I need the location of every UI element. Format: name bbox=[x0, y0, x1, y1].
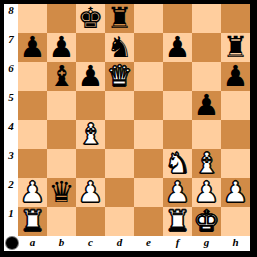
square-d8[interactable]: ♜ bbox=[105, 4, 134, 33]
square-g6[interactable] bbox=[192, 62, 221, 91]
square-g3[interactable]: ♝ bbox=[192, 149, 221, 178]
square-d4[interactable] bbox=[105, 120, 134, 149]
square-b5[interactable] bbox=[47, 91, 76, 120]
square-c5[interactable] bbox=[76, 91, 105, 120]
piece-white-pawn-h2[interactable]: ♟ bbox=[223, 178, 249, 207]
square-d6[interactable]: ♛ bbox=[105, 62, 134, 91]
square-a2[interactable]: ♟ bbox=[18, 178, 47, 207]
square-e1[interactable] bbox=[134, 207, 163, 236]
black-to-move-indicator bbox=[6, 237, 18, 249]
square-a7[interactable]: ♟ bbox=[18, 33, 47, 62]
piece-black-queen-b2[interactable]: ♛ bbox=[49, 178, 75, 207]
piece-white-bishop-g3[interactable]: ♝ bbox=[194, 149, 220, 178]
piece-black-rook-d8[interactable]: ♜ bbox=[107, 4, 133, 33]
rank-label-5: 5 bbox=[4, 91, 18, 120]
square-a5[interactable] bbox=[18, 91, 47, 120]
square-c1[interactable] bbox=[76, 207, 105, 236]
square-h6[interactable]: ♟ bbox=[221, 62, 250, 91]
piece-black-pawn-a7[interactable]: ♟ bbox=[20, 33, 46, 62]
square-a6[interactable] bbox=[18, 62, 47, 91]
piece-black-knight-d7[interactable]: ♞ bbox=[107, 33, 133, 62]
square-c4[interactable]: ♝ bbox=[76, 120, 105, 149]
file-label-f: f bbox=[163, 236, 192, 248]
square-b4[interactable] bbox=[47, 120, 76, 149]
square-a1[interactable]: ♜ bbox=[18, 207, 47, 236]
square-f8[interactable] bbox=[163, 4, 192, 33]
square-f1[interactable]: ♜ bbox=[163, 207, 192, 236]
square-c7[interactable] bbox=[76, 33, 105, 62]
square-b2[interactable]: ♛ bbox=[47, 178, 76, 207]
square-f6[interactable] bbox=[163, 62, 192, 91]
square-g2[interactable]: ♟ bbox=[192, 178, 221, 207]
square-e8[interactable] bbox=[134, 4, 163, 33]
piece-white-pawn-a2[interactable]: ♟ bbox=[20, 178, 46, 207]
rank-labels: 87654321 bbox=[4, 4, 18, 236]
rank-label-8: 8 bbox=[4, 4, 18, 33]
rank-label-2: 2 bbox=[4, 178, 18, 207]
square-b3[interactable] bbox=[47, 149, 76, 178]
square-f7[interactable]: ♟ bbox=[163, 33, 192, 62]
square-b8[interactable] bbox=[47, 4, 76, 33]
square-b7[interactable]: ♟ bbox=[47, 33, 76, 62]
file-label-c: c bbox=[76, 236, 105, 248]
square-f5[interactable] bbox=[163, 91, 192, 120]
square-g1[interactable]: ♚ bbox=[192, 207, 221, 236]
file-label-d: d bbox=[105, 236, 134, 248]
piece-white-king-g1[interactable]: ♚ bbox=[194, 207, 220, 236]
square-h8[interactable] bbox=[221, 4, 250, 33]
piece-white-queen-d6[interactable]: ♛ bbox=[107, 62, 133, 91]
piece-white-pawn-g2[interactable]: ♟ bbox=[194, 178, 220, 207]
rank-label-1: 1 bbox=[4, 207, 18, 236]
square-a3[interactable] bbox=[18, 149, 47, 178]
file-label-e: e bbox=[134, 236, 163, 248]
square-f4[interactable] bbox=[163, 120, 192, 149]
square-c3[interactable] bbox=[76, 149, 105, 178]
square-e2[interactable] bbox=[134, 178, 163, 207]
square-h2[interactable]: ♟ bbox=[221, 178, 250, 207]
rank-label-4: 4 bbox=[4, 120, 18, 149]
file-label-a: a bbox=[18, 236, 47, 248]
piece-black-king-c8[interactable]: ♚ bbox=[78, 4, 104, 33]
square-b6[interactable]: ♝ bbox=[47, 62, 76, 91]
square-g4[interactable] bbox=[192, 120, 221, 149]
square-h7[interactable]: ♜ bbox=[221, 33, 250, 62]
square-d1[interactable] bbox=[105, 207, 134, 236]
square-c2[interactable]: ♟ bbox=[76, 178, 105, 207]
piece-black-pawn-c6[interactable]: ♟ bbox=[78, 62, 104, 91]
piece-black-rook-h7[interactable]: ♜ bbox=[223, 33, 249, 62]
piece-white-pawn-f2[interactable]: ♟ bbox=[165, 178, 191, 207]
piece-white-pawn-c2[interactable]: ♟ bbox=[78, 178, 104, 207]
square-h5[interactable] bbox=[221, 91, 250, 120]
rank-label-6: 6 bbox=[4, 62, 18, 91]
piece-white-rook-a1[interactable]: ♜ bbox=[20, 207, 46, 236]
file-label-strip: abcdefgh bbox=[4, 236, 250, 251]
square-e6[interactable] bbox=[134, 62, 163, 91]
square-e5[interactable] bbox=[134, 91, 163, 120]
square-c6[interactable]: ♟ bbox=[76, 62, 105, 91]
file-label-b: b bbox=[47, 236, 76, 248]
piece-white-rook-f1[interactable]: ♜ bbox=[165, 207, 191, 236]
square-e7[interactable] bbox=[134, 33, 163, 62]
square-e4[interactable] bbox=[134, 120, 163, 149]
square-f2[interactable]: ♟ bbox=[163, 178, 192, 207]
square-h1[interactable] bbox=[221, 207, 250, 236]
rank-label-7: 7 bbox=[4, 33, 18, 62]
piece-white-bishop-c4[interactable]: ♝ bbox=[78, 120, 104, 149]
file-label-h: h bbox=[221, 236, 250, 248]
square-h4[interactable] bbox=[221, 120, 250, 149]
square-g7[interactable] bbox=[192, 33, 221, 62]
square-b1[interactable] bbox=[47, 207, 76, 236]
file-labels: abcdefgh bbox=[18, 236, 250, 248]
square-a8[interactable] bbox=[18, 4, 47, 33]
piece-black-pawn-b7[interactable]: ♟ bbox=[49, 33, 75, 62]
square-e3[interactable] bbox=[134, 149, 163, 178]
square-a4[interactable] bbox=[18, 120, 47, 149]
piece-black-bishop-b6[interactable]: ♝ bbox=[49, 62, 75, 91]
square-d5[interactable] bbox=[105, 91, 134, 120]
square-c8[interactable]: ♚ bbox=[76, 4, 105, 33]
square-g5[interactable]: ♟ bbox=[192, 91, 221, 120]
piece-white-knight-f3[interactable]: ♞ bbox=[165, 149, 191, 178]
piece-black-pawn-f7[interactable]: ♟ bbox=[165, 33, 191, 62]
piece-black-pawn-g5[interactable]: ♟ bbox=[194, 91, 220, 120]
chess-diagram: 87654321 ♚♜♟♟♞♟♜♝♟♛♟♟♝♞♝♟♛♟♟♟♟♜♜♚ abcdef… bbox=[0, 0, 257, 257]
rank-label-3: 3 bbox=[4, 149, 18, 178]
square-f3[interactable]: ♞ bbox=[163, 149, 192, 178]
square-g8[interactable] bbox=[192, 4, 221, 33]
square-d2[interactable] bbox=[105, 178, 134, 207]
square-d3[interactable] bbox=[105, 149, 134, 178]
chess-board[interactable]: ♚♜♟♟♞♟♜♝♟♛♟♟♝♞♝♟♛♟♟♟♟♜♜♚ bbox=[18, 4, 250, 236]
square-d7[interactable]: ♞ bbox=[105, 33, 134, 62]
piece-black-pawn-h6[interactable]: ♟ bbox=[223, 62, 249, 91]
square-h3[interactable] bbox=[221, 149, 250, 178]
file-label-g: g bbox=[192, 236, 221, 248]
